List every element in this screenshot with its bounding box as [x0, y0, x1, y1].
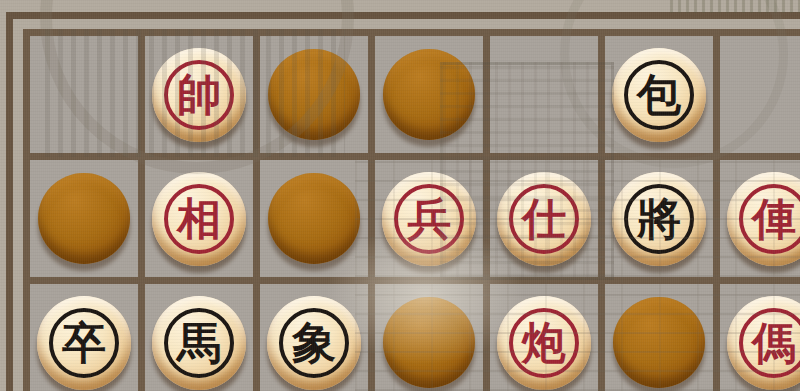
piece-glyph: 傌	[752, 320, 796, 365]
piece-red-general[interactable]: 帥	[152, 48, 246, 142]
board-grid: 帥 包 相	[23, 29, 800, 391]
piece-black-soldier[interactable]: 卒	[37, 296, 131, 390]
hidden-piece[interactable]	[268, 49, 360, 140]
piece-ring: 仕	[509, 184, 579, 254]
cell-r0-c1[interactable]: 帥	[145, 36, 253, 153]
cell-r1-c2[interactable]	[260, 160, 368, 277]
cell-r1-c0[interactable]	[30, 160, 138, 277]
cell-r1-c1[interactable]: 相	[145, 160, 253, 277]
piece-glyph: 卒	[62, 320, 106, 365]
cell-r1-c6[interactable]: 俥	[720, 160, 800, 277]
piece-red-cannon[interactable]: 炮	[497, 296, 591, 390]
piece-ring: 馬	[164, 308, 234, 378]
piece-glyph: 象	[292, 320, 336, 365]
piece-glyph: 仕	[522, 196, 566, 241]
hidden-piece[interactable]	[38, 173, 130, 264]
hidden-piece[interactable]	[613, 297, 705, 388]
piece-ring: 兵	[394, 184, 464, 254]
cell-r1-c5[interactable]: 將	[605, 160, 713, 277]
cell-r0-c5[interactable]: 包	[605, 36, 713, 153]
hidden-piece[interactable]	[383, 49, 475, 140]
piece-red-soldier[interactable]: 兵	[382, 172, 476, 266]
piece-ring: 炮	[509, 308, 579, 378]
piece-ring: 包	[624, 60, 694, 130]
piece-glyph: 兵	[407, 196, 451, 241]
piece-glyph: 包	[637, 72, 681, 117]
piece-black-elephant[interactable]: 象	[267, 296, 361, 390]
piece-ring: 將	[624, 184, 694, 254]
piece-black-horse[interactable]: 馬	[152, 296, 246, 390]
cell-r2-c6[interactable]: 傌	[720, 284, 800, 391]
piece-black-general[interactable]: 將	[612, 172, 706, 266]
piece-ring: 帥	[164, 60, 234, 130]
piece-glyph: 帥	[177, 72, 221, 117]
piece-glyph: 將	[637, 196, 681, 241]
cell-r2-c2[interactable]: 象	[260, 284, 368, 391]
piece-red-horse[interactable]: 傌	[727, 296, 800, 390]
cell-r1-c4[interactable]: 仕	[490, 160, 598, 277]
cell-r0-c3[interactable]	[375, 36, 483, 153]
piece-ring: 相	[164, 184, 234, 254]
piece-glyph: 炮	[522, 320, 566, 365]
piece-ring: 象	[279, 308, 349, 378]
banqi-game-screen: 帥 包 相	[0, 0, 800, 391]
piece-red-elephant[interactable]: 相	[152, 172, 246, 266]
cell-r2-c0[interactable]: 卒	[30, 284, 138, 391]
piece-glyph: 俥	[752, 196, 796, 241]
hidden-piece[interactable]	[383, 297, 475, 388]
cell-r0-c0[interactable]	[30, 36, 138, 153]
cell-r1-c3[interactable]: 兵	[375, 160, 483, 277]
piece-red-advisor[interactable]: 仕	[497, 172, 591, 266]
piece-black-cannon[interactable]: 包	[612, 48, 706, 142]
cell-r2-c3[interactable]	[375, 284, 483, 391]
piece-ring: 傌	[739, 308, 800, 378]
cell-r2-c1[interactable]: 馬	[145, 284, 253, 391]
piece-glyph: 相	[177, 196, 221, 241]
cell-r0-c2[interactable]	[260, 36, 368, 153]
piece-ring: 卒	[49, 308, 119, 378]
cell-r2-c4[interactable]: 炮	[490, 284, 598, 391]
cell-r0-c4[interactable]	[490, 36, 598, 153]
hidden-piece[interactable]	[268, 173, 360, 264]
piece-glyph: 馬	[177, 320, 221, 365]
cell-r2-c5[interactable]	[605, 284, 713, 391]
piece-red-chariot[interactable]: 俥	[727, 172, 800, 266]
piece-ring: 俥	[739, 184, 800, 254]
cell-r0-c6[interactable]	[720, 36, 800, 153]
